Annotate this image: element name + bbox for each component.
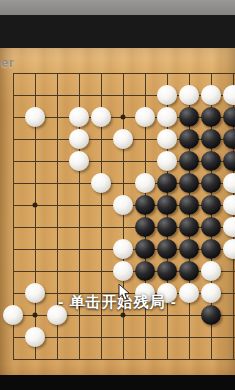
- hoshi-point: [121, 115, 126, 120]
- black-stone: [201, 239, 221, 259]
- black-stone: [223, 151, 235, 171]
- white-stone: [223, 195, 235, 215]
- bottom-bar: [0, 375, 235, 390]
- white-stone: [25, 327, 45, 347]
- app-screen: er - 单击开始残局 -: [0, 0, 235, 390]
- black-stone: [157, 261, 177, 281]
- hoshi-point: [33, 313, 38, 318]
- black-stone: [179, 261, 199, 281]
- white-stone: [113, 261, 133, 281]
- white-stone: [223, 239, 235, 259]
- white-stone: [69, 107, 89, 127]
- board-horizontal-line: [13, 359, 235, 360]
- watermark-text: er: [1, 55, 14, 70]
- black-stone: [201, 195, 221, 215]
- white-stone: [25, 107, 45, 127]
- black-stone: [223, 129, 235, 149]
- black-stone: [157, 195, 177, 215]
- header-bar: [0, 15, 235, 48]
- board-horizontal-line: [13, 73, 235, 74]
- white-stone: [113, 239, 133, 259]
- black-stone: [201, 173, 221, 193]
- black-stone: [135, 195, 155, 215]
- hoshi-point: [33, 203, 38, 208]
- go-board[interactable]: [0, 48, 235, 375]
- white-stone: [113, 195, 133, 215]
- black-stone: [135, 239, 155, 259]
- board-horizontal-line: [13, 337, 235, 338]
- black-stone: [157, 239, 177, 259]
- black-stone: [157, 173, 177, 193]
- white-stone: [201, 85, 221, 105]
- black-stone: [157, 217, 177, 237]
- hoshi-point: [121, 313, 126, 318]
- black-stone: [135, 261, 155, 281]
- white-stone: [69, 151, 89, 171]
- black-stone: [201, 151, 221, 171]
- black-stone: [179, 217, 199, 237]
- mouse-cursor-icon: [118, 283, 131, 302]
- white-stone: [135, 173, 155, 193]
- black-stone: [201, 217, 221, 237]
- white-stone: [157, 151, 177, 171]
- white-stone: [179, 85, 199, 105]
- white-stone: [157, 85, 177, 105]
- white-stone: [113, 129, 133, 149]
- white-stone: [91, 107, 111, 127]
- white-stone: [135, 107, 155, 127]
- black-stone: [201, 129, 221, 149]
- black-stone: [179, 107, 199, 127]
- white-stone: [223, 173, 235, 193]
- black-stone: [179, 239, 199, 259]
- white-stone: [69, 129, 89, 149]
- black-stone: [179, 129, 199, 149]
- black-stone: [179, 173, 199, 193]
- black-stone: [179, 151, 199, 171]
- white-stone: [223, 217, 235, 237]
- white-stone: [157, 129, 177, 149]
- white-stone: [201, 261, 221, 281]
- black-stone: [223, 107, 235, 127]
- status-bar: [0, 0, 235, 15]
- black-stone: [135, 217, 155, 237]
- white-stone: [223, 85, 235, 105]
- black-stone: [201, 107, 221, 127]
- black-stone: [179, 195, 199, 215]
- white-stone: [157, 107, 177, 127]
- white-stone: [91, 173, 111, 193]
